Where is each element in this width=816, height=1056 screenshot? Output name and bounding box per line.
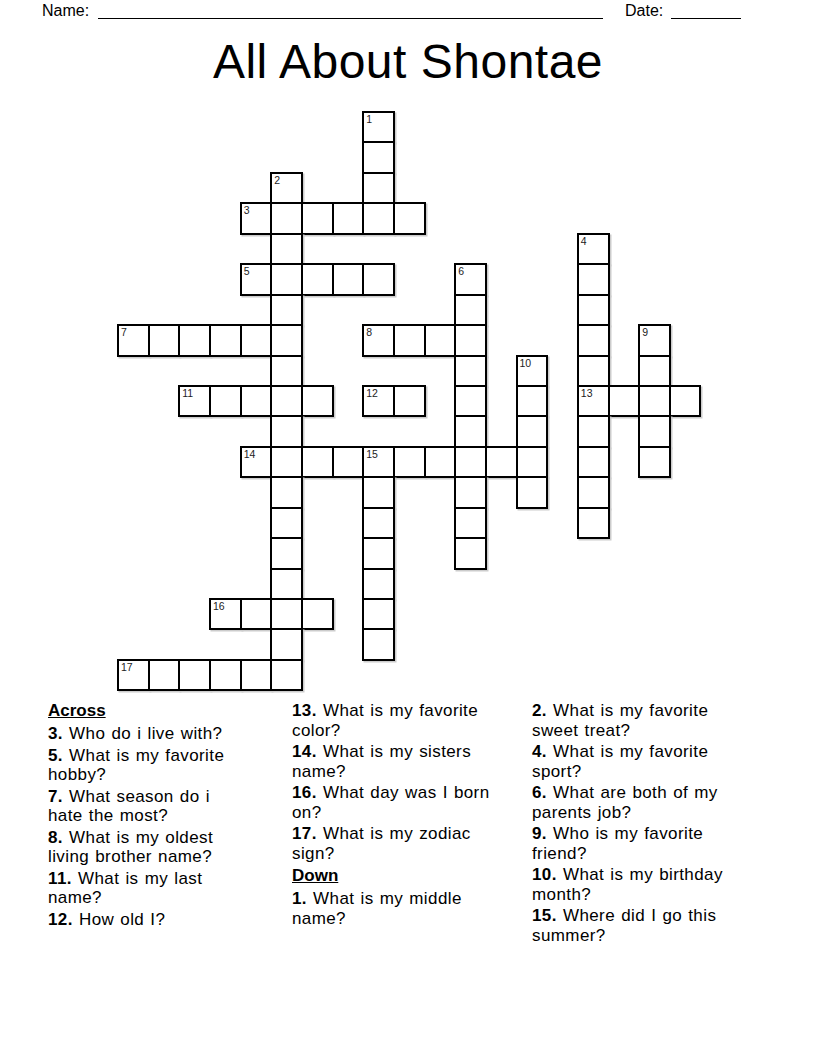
clue: 8. What is my oldest living brother name…: [48, 828, 240, 867]
grid-cell[interactable]: [454, 446, 487, 478]
grid-cell[interactable]: [577, 476, 610, 508]
grid-cell[interactable]: [240, 324, 273, 356]
grid-cell[interactable]: [577, 415, 610, 447]
grid-cell[interactable]: [577, 263, 610, 295]
clue: 2. What is my favorite sweet treat?: [532, 701, 737, 740]
grid-cell[interactable]: [638, 446, 671, 478]
grid-cell[interactable]: [393, 324, 426, 356]
grid-cell[interactable]: [209, 659, 242, 691]
grid-cell[interactable]: 9: [638, 324, 671, 356]
grid-cell[interactable]: [516, 415, 549, 447]
cell-number: 10: [520, 357, 532, 369]
grid-cell[interactable]: 16: [209, 598, 242, 630]
clue: 3. Who do i live with?: [48, 724, 240, 744]
clue-number: 13.: [292, 701, 317, 720]
grid-cell[interactable]: [393, 202, 426, 234]
clue-number: 9.: [532, 824, 547, 843]
grid-cell[interactable]: [454, 355, 487, 387]
grid-cell[interactable]: 14: [240, 446, 273, 478]
clue-column: 2. What is my favorite sweet treat?4. Wh…: [532, 701, 737, 947]
grid-cell[interactable]: [240, 598, 273, 630]
grid-cell[interactable]: 3: [240, 202, 273, 234]
grid-cell[interactable]: [362, 598, 395, 630]
name-input-line[interactable]: [98, 18, 603, 20]
clue-number: 16.: [292, 783, 317, 802]
grid-cell[interactable]: [362, 507, 395, 539]
clue-number: 1.: [292, 889, 307, 908]
grid-cell[interactable]: [577, 355, 610, 387]
grid-cell[interactable]: [424, 446, 457, 478]
grid-cell[interactable]: [638, 385, 671, 417]
clue: 5. What is my favorite hobby?: [48, 746, 240, 785]
clue: 13. What is my favorite color?: [292, 701, 500, 740]
cell-number: 13: [581, 387, 593, 399]
cell-number: 12: [366, 387, 378, 399]
grid-cell[interactable]: [454, 385, 487, 417]
grid-cell[interactable]: [516, 385, 549, 417]
clue-number: 5.: [48, 746, 63, 765]
grid-cell[interactable]: [485, 446, 518, 478]
clue-column: Across3. Who do i live with?5. What is m…: [48, 701, 240, 931]
grid-cell[interactable]: [362, 202, 395, 234]
clue: 4. What is my favorite sport?: [532, 742, 737, 781]
grid-cell[interactable]: 17: [117, 659, 150, 691]
clue: 14. What is my sisters name?: [292, 742, 500, 781]
grid-cell[interactable]: [362, 628, 395, 660]
clue-number: 17.: [292, 824, 317, 843]
grid-cell[interactable]: [454, 324, 487, 356]
grid-cell[interactable]: [516, 446, 549, 478]
grid-cell[interactable]: [332, 446, 365, 478]
grid-cell[interactable]: 1: [362, 111, 395, 143]
grid-cell[interactable]: [270, 628, 303, 660]
grid-cell[interactable]: [301, 263, 334, 295]
grid-cell[interactable]: 12: [362, 385, 395, 417]
grid-cell[interactable]: [393, 385, 426, 417]
grid-cell[interactable]: [301, 385, 334, 417]
grid-cell[interactable]: [393, 446, 426, 478]
crossword-grid: 1234567891011121314151617: [118, 112, 700, 690]
clue-number: 7.: [48, 787, 63, 806]
cell-number: 5: [244, 265, 250, 277]
grid-cell[interactable]: [270, 598, 303, 630]
grid-cell[interactable]: [209, 324, 242, 356]
grid-cell[interactable]: [301, 202, 334, 234]
grid-cell[interactable]: [608, 385, 641, 417]
grid-cell[interactable]: [270, 202, 303, 234]
grid-cell[interactable]: [454, 476, 487, 508]
puzzle-title: All About Shontae: [0, 36, 816, 88]
clue-number: 15.: [532, 906, 557, 925]
grid-cell[interactable]: [148, 659, 181, 691]
grid-cell[interactable]: 11: [178, 385, 211, 417]
clue: 6. What are both of my parents job?: [532, 783, 737, 822]
grid-cell[interactable]: [240, 659, 273, 691]
clues-across-header: Across: [48, 701, 240, 721]
grid-cell[interactable]: [362, 172, 395, 204]
clue-number: 4.: [532, 742, 547, 761]
cell-number: 4: [581, 235, 587, 247]
grid-cell[interactable]: [669, 385, 702, 417]
clue-column: 13. What is my favorite color?14. What i…: [292, 701, 500, 930]
date-label: Date:: [625, 2, 663, 20]
clue-number: 2.: [532, 701, 547, 720]
grid-cell[interactable]: [362, 537, 395, 569]
grid-cell[interactable]: [577, 324, 610, 356]
grid-cell[interactable]: [332, 202, 365, 234]
grid-cell[interactable]: [270, 507, 303, 539]
cell-number: 9: [642, 326, 648, 338]
grid-cell[interactable]: 8: [362, 324, 395, 356]
grid-cell[interactable]: [178, 659, 211, 691]
grid-cell[interactable]: [270, 415, 303, 447]
clue: 11. What is my last name?: [48, 869, 240, 908]
cell-number: 15: [366, 448, 378, 460]
grid-cell[interactable]: [270, 294, 303, 326]
grid-cell[interactable]: [270, 233, 303, 265]
grid-cell[interactable]: [301, 598, 334, 630]
grid-cell[interactable]: [270, 324, 303, 356]
grid-cell[interactable]: [638, 355, 671, 387]
worksheet-page: { "game": "crossword", "header": { "name…: [0, 0, 816, 1056]
grid-cell[interactable]: [240, 385, 273, 417]
grid-cell[interactable]: [270, 385, 303, 417]
cell-number: 2: [274, 174, 280, 186]
cell-number: 3: [244, 204, 250, 216]
grid-cell[interactable]: [454, 537, 487, 569]
grid-cell[interactable]: [270, 537, 303, 569]
grid-cell[interactable]: [362, 568, 395, 600]
clue: 7. What season do i hate the most?: [48, 787, 240, 826]
grid-cell[interactable]: 7: [117, 324, 150, 356]
grid-cell[interactable]: [209, 385, 242, 417]
grid-cell[interactable]: [454, 507, 487, 539]
grid-cell[interactable]: [301, 446, 334, 478]
clue: 9. Who is my favorite friend?: [532, 824, 737, 863]
grid-cell[interactable]: 15: [362, 446, 395, 478]
cell-number: 11: [182, 387, 193, 399]
grid-cell[interactable]: [270, 476, 303, 508]
name-label: Name:: [42, 2, 89, 20]
grid-cell[interactable]: [577, 507, 610, 539]
cell-number: 6: [458, 265, 464, 277]
cell-number: 8: [366, 326, 372, 338]
grid-cell[interactable]: [148, 324, 181, 356]
grid-cell[interactable]: [362, 476, 395, 508]
grid-cell[interactable]: [270, 659, 303, 691]
grid-cell[interactable]: [270, 355, 303, 387]
cell-number: 14: [244, 448, 256, 460]
clue-number: 11.: [48, 869, 72, 888]
grid-cell[interactable]: [454, 294, 487, 326]
grid-cell[interactable]: 5: [240, 263, 273, 295]
grid-cell[interactable]: [362, 263, 395, 295]
grid-cell[interactable]: 13: [577, 385, 610, 417]
clue: 16. What day was I born on?: [292, 783, 500, 822]
grid-cell[interactable]: [332, 263, 365, 295]
clue-number: 6.: [532, 783, 547, 802]
cell-number: 1: [366, 113, 372, 125]
clue: 12. How old I?: [48, 910, 240, 930]
grid-cell[interactable]: [270, 568, 303, 600]
clue: 10. What is my birthday month?: [532, 865, 737, 904]
date-input-line[interactable]: [671, 18, 741, 20]
grid-cell[interactable]: [638, 415, 671, 447]
clue-number: 10.: [532, 865, 557, 884]
grid-cell[interactable]: 6: [454, 263, 487, 295]
clue-number: 3.: [48, 724, 63, 743]
grid-cell[interactable]: [577, 294, 610, 326]
clue-number: 8.: [48, 828, 63, 847]
clue: 17. What is my zodiac sign?: [292, 824, 500, 863]
clue: 15. Where did I go this summer?: [532, 906, 737, 945]
grid-cell[interactable]: 10: [516, 355, 549, 387]
cell-number: 7: [121, 326, 127, 338]
grid-cell[interactable]: [270, 263, 303, 295]
cell-number: 16: [213, 600, 225, 612]
clues-down-header: Down: [292, 866, 500, 886]
cell-number: 17: [121, 661, 133, 673]
grid-cell[interactable]: [270, 446, 303, 478]
grid-cell[interactable]: [454, 415, 487, 447]
clue-number: 12.: [48, 910, 73, 929]
grid-cell[interactable]: [516, 476, 549, 508]
clue-number: 14.: [292, 742, 317, 761]
grid-cell[interactable]: [577, 446, 610, 478]
grid-cell[interactable]: [178, 324, 211, 356]
grid-cell[interactable]: [362, 141, 395, 173]
grid-cell[interactable]: [424, 324, 457, 356]
grid-cell[interactable]: 4: [577, 233, 610, 265]
grid-cell[interactable]: 2: [270, 172, 303, 204]
clue: 1. What is my middle name?: [292, 889, 500, 928]
